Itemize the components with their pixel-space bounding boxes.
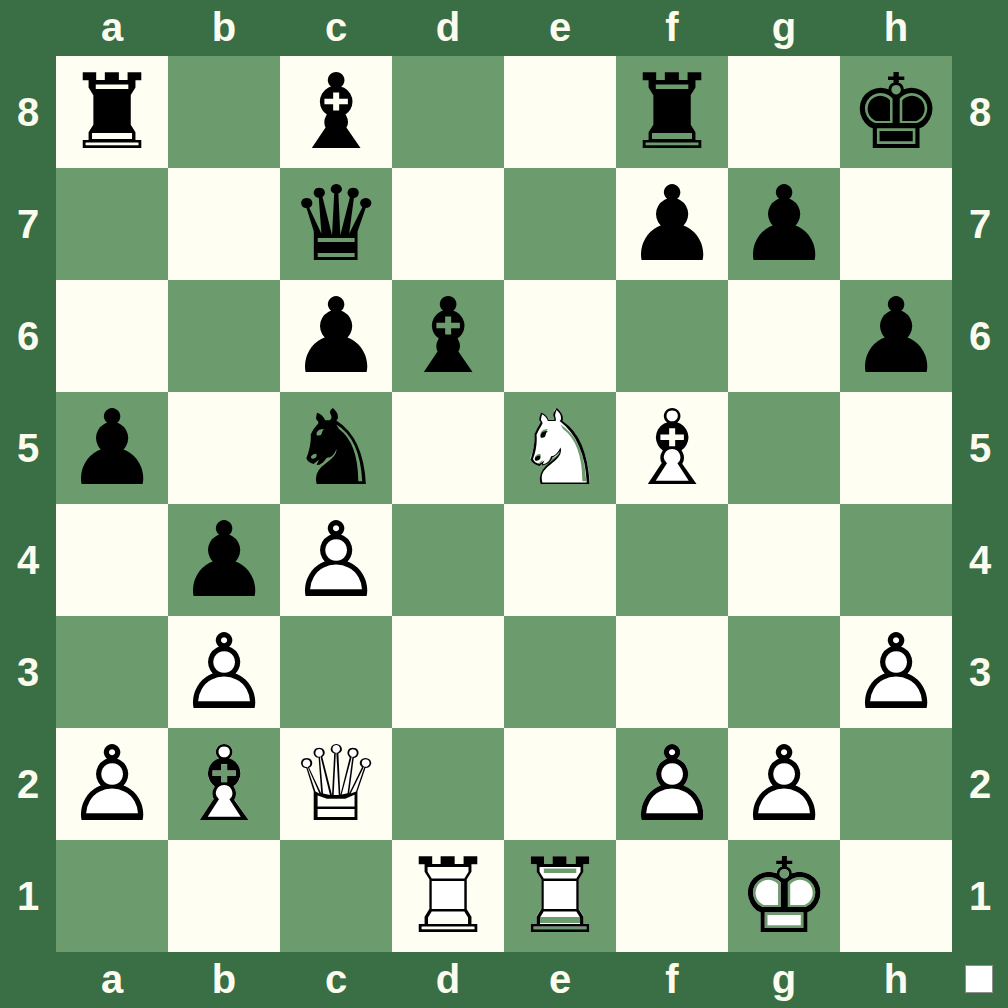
piece-glyph-fill: ♟ (840, 280, 952, 392)
rank-label-3: 3 (0, 616, 56, 728)
piece-glyph-fill: ♚ (840, 56, 952, 168)
square-c1[interactable] (280, 840, 392, 952)
rank-label-8: 8 (952, 56, 1008, 168)
square-b8[interactable] (168, 56, 280, 168)
square-b7[interactable] (168, 168, 280, 280)
piece-black-bishop: ♝ (392, 280, 504, 392)
square-e5[interactable]: ♞♘ (504, 392, 616, 504)
square-g8[interactable] (728, 56, 840, 168)
square-g1[interactable]: ♚♔ (728, 840, 840, 952)
square-d3[interactable] (392, 616, 504, 728)
file-label-e: e (504, 952, 616, 1008)
file-label-f: f (616, 0, 728, 56)
piece-white-pawn: ♟♙ (728, 728, 840, 840)
square-a2[interactable]: ♟♙ (56, 728, 168, 840)
square-e2[interactable] (504, 728, 616, 840)
rank-label-8: 8 (0, 56, 56, 168)
square-b6[interactable] (168, 280, 280, 392)
piece-glyph-fill: ♜ (56, 56, 168, 168)
square-g4[interactable] (728, 504, 840, 616)
square-c6[interactable]: ♟ (280, 280, 392, 392)
piece-black-pawn: ♟ (56, 392, 168, 504)
rank-label-5: 5 (0, 392, 56, 504)
square-c8[interactable]: ♝ (280, 56, 392, 168)
rank-labels-left: 87654321 (0, 56, 56, 952)
piece-white-bishop: ♝♗ (168, 728, 280, 840)
square-a7[interactable] (56, 168, 168, 280)
square-d1[interactable]: ♜♖ (392, 840, 504, 952)
square-e3[interactable] (504, 616, 616, 728)
file-label-h: h (840, 0, 952, 56)
piece-glyph-fill: ♟ (56, 392, 168, 504)
piece-black-pawn: ♟ (728, 168, 840, 280)
piece-black-pawn: ♟ (840, 280, 952, 392)
square-e4[interactable] (504, 504, 616, 616)
piece-glyph-fill: ♜ (616, 56, 728, 168)
square-g3[interactable] (728, 616, 840, 728)
file-label-b: b (168, 0, 280, 56)
square-a8[interactable]: ♜ (56, 56, 168, 168)
square-f6[interactable] (616, 280, 728, 392)
file-label-a: a (56, 0, 168, 56)
piece-white-rook: ♜♖ (392, 840, 504, 952)
square-g6[interactable] (728, 280, 840, 392)
file-labels-bottom: abcdefgh (56, 952, 952, 1008)
square-c4[interactable]: ♟♙ (280, 504, 392, 616)
square-g2[interactable]: ♟♙ (728, 728, 840, 840)
file-label-a: a (56, 952, 168, 1008)
file-label-g: g (728, 0, 840, 56)
rank-label-1: 1 (952, 840, 1008, 952)
square-f2[interactable]: ♟♙ (616, 728, 728, 840)
piece-white-knight: ♞♘ (504, 392, 616, 504)
square-d5[interactable] (392, 392, 504, 504)
rank-label-2: 2 (0, 728, 56, 840)
rank-label-4: 4 (952, 504, 1008, 616)
square-c3[interactable] (280, 616, 392, 728)
square-f3[interactable] (616, 616, 728, 728)
square-f4[interactable] (616, 504, 728, 616)
piece-white-pawn: ♟♙ (840, 616, 952, 728)
piece-glyph-outline: ♙ (168, 616, 280, 728)
square-g5[interactable] (728, 392, 840, 504)
piece-black-king: ♚ (840, 56, 952, 168)
square-b5[interactable] (168, 392, 280, 504)
piece-glyph-fill: ♟ (168, 504, 280, 616)
rank-label-6: 6 (0, 280, 56, 392)
piece-black-pawn: ♟ (168, 504, 280, 616)
rank-label-3: 3 (952, 616, 1008, 728)
square-b2[interactable]: ♝♗ (168, 728, 280, 840)
file-label-h: h (840, 952, 952, 1008)
piece-black-pawn: ♟ (280, 280, 392, 392)
piece-glyph-outline: ♙ (280, 504, 392, 616)
square-c7[interactable]: ♛ (280, 168, 392, 280)
rank-label-4: 4 (0, 504, 56, 616)
square-a5[interactable]: ♟ (56, 392, 168, 504)
square-c2[interactable]: ♛♕ (280, 728, 392, 840)
piece-glyph-fill: ♝ (280, 56, 392, 168)
square-f8[interactable]: ♜ (616, 56, 728, 168)
piece-white-pawn: ♟♙ (56, 728, 168, 840)
piece-glyph-fill: ♟ (280, 280, 392, 392)
file-labels-top: abcdefgh (56, 0, 952, 56)
square-b4[interactable]: ♟ (168, 504, 280, 616)
rank-label-5: 5 (952, 392, 1008, 504)
rank-label-6: 6 (952, 280, 1008, 392)
piece-glyph-outline: ♙ (840, 616, 952, 728)
square-e7[interactable] (504, 168, 616, 280)
square-a6[interactable] (56, 280, 168, 392)
square-g7[interactable]: ♟ (728, 168, 840, 280)
rank-label-7: 7 (952, 168, 1008, 280)
file-label-c: c (280, 952, 392, 1008)
square-h3[interactable]: ♟♙ (840, 616, 952, 728)
square-d2[interactable] (392, 728, 504, 840)
file-label-f: f (616, 952, 728, 1008)
piece-glyph-outline: ♘ (504, 392, 616, 504)
piece-white-king: ♚♔ (728, 840, 840, 952)
piece-glyph-outline: ♙ (728, 728, 840, 840)
file-label-e: e (504, 0, 616, 56)
square-a3[interactable] (56, 616, 168, 728)
piece-black-rook: ♜ (56, 56, 168, 168)
side-to-move-indicator (965, 965, 993, 993)
piece-glyph-outline: ♗ (616, 392, 728, 504)
square-f5[interactable]: ♝♗ (616, 392, 728, 504)
piece-black-queen: ♛ (280, 168, 392, 280)
square-e8[interactable] (504, 56, 616, 168)
piece-glyph-outline: ♕ (280, 728, 392, 840)
square-f1[interactable] (616, 840, 728, 952)
square-d8[interactable] (392, 56, 504, 168)
square-a4[interactable] (56, 504, 168, 616)
square-h2[interactable] (840, 728, 952, 840)
file-label-d: d (392, 952, 504, 1008)
piece-glyph-outline: ♙ (616, 728, 728, 840)
piece-glyph-fill: ♟ (616, 168, 728, 280)
square-c5[interactable]: ♞ (280, 392, 392, 504)
square-h6[interactable]: ♟ (840, 280, 952, 392)
piece-white-queen: ♛♕ (280, 728, 392, 840)
piece-black-bishop: ♝ (280, 56, 392, 168)
square-e1[interactable]: ♜♖ (504, 840, 616, 952)
square-a1[interactable] (56, 840, 168, 952)
rank-labels-right: 87654321 (952, 56, 1008, 952)
square-b3[interactable]: ♟♙ (168, 616, 280, 728)
square-d7[interactable] (392, 168, 504, 280)
piece-glyph-outline: ♖ (392, 840, 504, 952)
square-h7[interactable] (840, 168, 952, 280)
square-h8[interactable]: ♚ (840, 56, 952, 168)
piece-white-pawn: ♟♙ (616, 728, 728, 840)
square-h5[interactable] (840, 392, 952, 504)
file-label-d: d (392, 0, 504, 56)
piece-white-pawn: ♟♙ (280, 504, 392, 616)
rank-label-7: 7 (0, 168, 56, 280)
piece-glyph-fill: ♝ (392, 280, 504, 392)
piece-glyph-outline: ♖ (504, 840, 616, 952)
chess-board-frame: abcdefgh abcdefgh 87654321 87654321 ♜♝♜♚… (0, 0, 1008, 1008)
square-d4[interactable] (392, 504, 504, 616)
piece-glyph-outline: ♔ (728, 840, 840, 952)
chess-board: ♜♝♜♚♛♟♟♟♝♟♟♞♞♘♝♗♟♟♙♟♙♟♙♟♙♝♗♛♕♟♙♟♙♜♖♜♖♚♔ (56, 56, 952, 952)
square-b1[interactable] (168, 840, 280, 952)
piece-white-rook: ♜♖ (504, 840, 616, 952)
piece-glyph-fill: ♛ (280, 168, 392, 280)
piece-black-rook: ♜ (616, 56, 728, 168)
piece-glyph-outline: ♙ (56, 728, 168, 840)
file-label-b: b (168, 952, 280, 1008)
square-h1[interactable] (840, 840, 952, 952)
piece-glyph-outline: ♗ (168, 728, 280, 840)
piece-black-knight: ♞ (280, 392, 392, 504)
piece-glyph-fill: ♟ (728, 168, 840, 280)
square-h4[interactable] (840, 504, 952, 616)
file-label-c: c (280, 0, 392, 56)
file-label-g: g (728, 952, 840, 1008)
piece-glyph-fill: ♞ (280, 392, 392, 504)
piece-white-pawn: ♟♙ (168, 616, 280, 728)
square-e6[interactable] (504, 280, 616, 392)
rank-label-2: 2 (952, 728, 1008, 840)
square-d6[interactable]: ♝ (392, 280, 504, 392)
piece-black-pawn: ♟ (616, 168, 728, 280)
square-f7[interactable]: ♟ (616, 168, 728, 280)
piece-white-bishop: ♝♗ (616, 392, 728, 504)
rank-label-1: 1 (0, 840, 56, 952)
